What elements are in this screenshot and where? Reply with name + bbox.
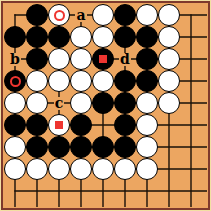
point-label-d: d	[119, 53, 131, 66]
intersection-r3-c3[interactable]	[70, 70, 92, 92]
intersection-r0-c6[interactable]	[136, 4, 158, 26]
white-stone	[48, 48, 70, 70]
black-stone	[114, 4, 136, 26]
intersection-r7-c4[interactable]	[92, 158, 114, 180]
black-stone	[4, 70, 26, 92]
intersection-r4-c1[interactable]	[26, 92, 48, 114]
circle-marker-icon	[54, 10, 65, 21]
intersection-r4-c6[interactable]	[136, 92, 158, 114]
white-stone	[92, 70, 114, 92]
point-label-c: c	[54, 97, 65, 110]
white-stone	[26, 158, 48, 180]
white-stone	[4, 136, 26, 158]
black-stone	[26, 136, 48, 158]
white-stone	[158, 26, 180, 48]
intersection-r7-c8[interactable]	[180, 158, 202, 180]
white-stone	[92, 26, 114, 48]
intersection-r4-c4[interactable]	[92, 92, 114, 114]
intersection-r0-c0[interactable]	[4, 4, 26, 26]
white-stone	[92, 158, 114, 180]
white-stone	[136, 92, 158, 114]
white-stone	[26, 70, 48, 92]
intersection-r6-c7[interactable]	[158, 136, 180, 158]
intersection-r5-c1[interactable]	[26, 114, 48, 136]
intersection-r2-c2[interactable]	[48, 48, 70, 70]
intersection-r4-c7[interactable]	[158, 92, 180, 114]
intersection-r8-c3[interactable]	[70, 180, 92, 202]
intersection-r5-c0[interactable]	[4, 114, 26, 136]
intersection-r1-c7[interactable]	[158, 26, 180, 48]
white-stone	[48, 158, 70, 180]
black-stone	[114, 26, 136, 48]
intersection-r6-c4[interactable]	[92, 136, 114, 158]
intersection-r7-c1[interactable]	[26, 158, 48, 180]
black-stone	[26, 26, 48, 48]
intersection-r2-c6[interactable]	[136, 48, 158, 70]
intersection-r8-c8[interactable]	[180, 180, 202, 202]
intersection-r5-c6[interactable]	[136, 114, 158, 136]
intersection-r6-c0[interactable]	[4, 136, 26, 158]
intersection-r7-c0[interactable]	[4, 158, 26, 180]
white-stone	[158, 48, 180, 70]
black-stone	[4, 26, 26, 48]
white-stone	[70, 70, 92, 92]
intersection-r3-c2[interactable]	[48, 70, 70, 92]
intersection-r6-c1[interactable]	[26, 136, 48, 158]
intersection-r4-c3[interactable]	[70, 92, 92, 114]
square-marker-icon	[99, 55, 107, 63]
intersection-r4-c0[interactable]	[4, 92, 26, 114]
intersection-r8-c4[interactable]	[92, 180, 114, 202]
intersection-r1-c6[interactable]	[136, 26, 158, 48]
intersection-r1-c5[interactable]	[114, 26, 136, 48]
intersection-r6-c3[interactable]	[70, 136, 92, 158]
white-stone	[114, 158, 136, 180]
intersection-r2-c8[interactable]	[180, 48, 202, 70]
intersection-r5-c3[interactable]	[70, 114, 92, 136]
black-stone	[92, 48, 114, 70]
intersection-r4-c5[interactable]	[114, 92, 136, 114]
intersection-r6-c8[interactable]	[180, 136, 202, 158]
black-stone	[70, 136, 92, 158]
intersection-r6-c2[interactable]	[48, 136, 70, 158]
intersection-r2-c0[interactable]: b	[4, 48, 26, 70]
intersection-r5-c8[interactable]	[180, 114, 202, 136]
intersection-r8-c7[interactable]	[158, 180, 180, 202]
intersection-r3-c6[interactable]	[136, 70, 158, 92]
intersection-r3-c1[interactable]	[26, 70, 48, 92]
intersection-r0-c3[interactable]: a	[70, 4, 92, 26]
black-stone	[136, 26, 158, 48]
intersection-r1-c8[interactable]	[180, 26, 202, 48]
black-stone	[92, 136, 114, 158]
intersection-r1-c3[interactable]	[70, 26, 92, 48]
white-stone	[136, 158, 158, 180]
intersection-r7-c5[interactable]	[114, 158, 136, 180]
square-marker-icon	[55, 121, 63, 129]
intersection-r3-c5[interactable]	[114, 70, 136, 92]
intersection-r6-c6[interactable]	[136, 136, 158, 158]
intersection-r3-c0[interactable]	[4, 70, 26, 92]
white-stone	[70, 26, 92, 48]
intersection-r3-c7[interactable]	[158, 70, 180, 92]
white-stone	[136, 136, 158, 158]
intersection-r4-c2[interactable]: c	[48, 92, 70, 114]
intersection-r5-c2[interactable]	[48, 114, 70, 136]
white-stone	[26, 92, 48, 114]
black-stone	[26, 48, 48, 70]
white-stone	[136, 4, 158, 26]
black-stone	[4, 114, 26, 136]
white-stone	[48, 70, 70, 92]
intersection-r6-c5[interactable]	[114, 136, 136, 158]
intersection-r7-c3[interactable]	[70, 158, 92, 180]
intersection-r8-c5[interactable]	[114, 180, 136, 202]
white-stone	[48, 4, 70, 26]
black-stone	[114, 92, 136, 114]
black-stone	[70, 114, 92, 136]
black-stone	[26, 4, 48, 26]
black-stone	[114, 136, 136, 158]
black-stone	[92, 92, 114, 114]
circle-marker-icon	[10, 76, 21, 87]
point-label-a: a	[75, 9, 86, 22]
white-stone	[158, 92, 180, 114]
intersection-r7-c7[interactable]	[158, 158, 180, 180]
intersection-r0-c8[interactable]	[180, 4, 202, 26]
intersection-r0-c7[interactable]	[158, 4, 180, 26]
white-stone	[70, 92, 92, 114]
black-stone	[48, 136, 70, 158]
intersection-r8-c6[interactable]	[136, 180, 158, 202]
intersection-r2-c5[interactable]: d	[114, 48, 136, 70]
intersection-r0-c5[interactable]	[114, 4, 136, 26]
intersection-r1-c2[interactable]	[48, 26, 70, 48]
white-stone	[4, 92, 26, 114]
go-board-diagram: abdc	[0, 0, 211, 211]
white-stone	[158, 70, 180, 92]
black-stone	[136, 48, 158, 70]
white-stone	[92, 4, 114, 26]
white-stone	[136, 114, 158, 136]
intersection-r1-c1[interactable]	[26, 26, 48, 48]
black-stone	[114, 114, 136, 136]
intersection-r5-c7[interactable]	[158, 114, 180, 136]
intersection-r5-c5[interactable]	[114, 114, 136, 136]
black-stone	[136, 70, 158, 92]
point-label-b: b	[9, 53, 21, 66]
intersection-r7-c2[interactable]	[48, 158, 70, 180]
white-stone	[48, 114, 70, 136]
black-stone	[114, 70, 136, 92]
black-stone	[26, 114, 48, 136]
intersection-r8-c2[interactable]	[48, 180, 70, 202]
intersection-r8-c1[interactable]	[26, 180, 48, 202]
intersection-r0-c2[interactable]	[48, 4, 70, 26]
intersection-r8-c0[interactable]	[4, 180, 26, 202]
intersection-r2-c3[interactable]	[70, 48, 92, 70]
intersection-r0-c4[interactable]	[92, 4, 114, 26]
intersection-r5-c4[interactable]	[92, 114, 114, 136]
white-stone	[70, 48, 92, 70]
intersection-r1-c0[interactable]	[4, 26, 26, 48]
intersection-r4-c8[interactable]	[180, 92, 202, 114]
black-stone	[48, 26, 70, 48]
stone-grid: abdc	[4, 4, 202, 202]
intersection-r7-c6[interactable]	[136, 158, 158, 180]
intersection-r3-c4[interactable]	[92, 70, 114, 92]
white-stone	[4, 158, 26, 180]
intersection-r2-c7[interactable]	[158, 48, 180, 70]
white-stone	[158, 4, 180, 26]
intersection-r3-c8[interactable]	[180, 70, 202, 92]
intersection-r2-c4[interactable]	[92, 48, 114, 70]
white-stone	[70, 158, 92, 180]
intersection-r0-c1[interactable]	[26, 4, 48, 26]
intersection-r1-c4[interactable]	[92, 26, 114, 48]
intersection-r2-c1[interactable]	[26, 48, 48, 70]
